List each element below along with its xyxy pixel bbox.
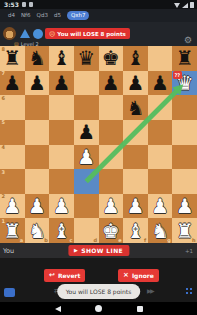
piece-bn: ♞	[123, 95, 148, 120]
square-d6[interactable]	[74, 95, 99, 120]
file-label: c	[69, 238, 72, 243]
square-f3[interactable]	[123, 169, 148, 194]
square-a1[interactable]: 1a♜	[0, 218, 25, 243]
square-e7[interactable]: ♟	[99, 71, 124, 96]
square-e6[interactable]	[99, 95, 124, 120]
square-b8[interactable]: ♞	[25, 46, 50, 71]
square-g3[interactable]	[148, 169, 173, 194]
square-c6[interactable]	[49, 95, 74, 120]
piece-bp: ♟	[25, 71, 50, 96]
square-b1[interactable]: b♞	[25, 218, 50, 243]
square-b5[interactable]	[25, 120, 50, 145]
warning-badge: ☹ You will LOSE 8 points	[45, 28, 130, 39]
chess-board: 8♜♞♝♛♚♝♜7♟♟♟♟♟♟♛6♞5♟4♟32♟♟♟♟♟♟♟1a♜b♞c♝de…	[0, 46, 197, 243]
revert-button[interactable]: ↩ Revert	[44, 269, 85, 282]
square-d4[interactable]: ♟	[74, 145, 99, 170]
sad-face-icon: ☹	[49, 30, 55, 37]
warning-badge-text: You will LOSE 8 points	[57, 31, 126, 37]
signal-icon	[182, 3, 188, 8]
wifi-icon	[174, 3, 180, 8]
dots-icon[interactable]	[185, 287, 194, 296]
square-d3[interactable]	[74, 169, 99, 194]
piece-wp: ♟	[49, 194, 74, 219]
square-e1[interactable]: e♚	[99, 218, 124, 243]
square-d8[interactable]: ♛	[74, 46, 99, 71]
rank-label: 1	[2, 219, 5, 224]
piece-bq: ♛	[74, 46, 99, 71]
piece-wp: ♟	[25, 194, 50, 219]
square-e3[interactable]	[99, 169, 124, 194]
square-d1[interactable]: d	[74, 218, 99, 243]
blunder-annotation: ??	[173, 71, 182, 79]
piece-wp: ♟	[172, 194, 197, 219]
rank-label: 7	[2, 71, 5, 76]
show-line-label: SHOW LINE	[81, 247, 123, 254]
square-h1[interactable]: h♜	[172, 218, 197, 243]
player-name-label: You	[3, 247, 14, 255]
piece-bp: ♟	[123, 71, 148, 96]
rank-label: 6	[2, 96, 5, 101]
square-d7[interactable]	[74, 71, 99, 96]
notification-icon	[22, 2, 26, 7]
play-icon: ▶	[74, 247, 78, 253]
piece-br: ♜	[172, 46, 197, 71]
square-g6[interactable]	[148, 95, 173, 120]
piece-bp: ♟	[148, 71, 173, 96]
show-line-button[interactable]: ▶ SHOW LINE	[68, 245, 129, 256]
piece-bp: ♟	[49, 71, 74, 96]
square-c2[interactable]: ♟	[49, 194, 74, 219]
square-g2[interactable]: ♟	[148, 194, 173, 219]
piece-wp: ♟	[99, 194, 124, 219]
rank-label: 2	[2, 194, 5, 199]
fast-forward-icon[interactable]: ▶▶	[147, 288, 153, 294]
square-c5[interactable]	[49, 120, 74, 145]
square-h8[interactable]: ♜	[172, 46, 197, 71]
material-score: +1	[185, 248, 193, 254]
file-label: f	[144, 238, 146, 243]
rank-label: 3	[2, 170, 5, 175]
undo-icon: ↩	[49, 272, 55, 279]
piece-wp: ♟	[148, 194, 173, 219]
rank-label: 8	[2, 47, 5, 52]
file-label: d	[93, 238, 97, 243]
chess-app-screen: 3:53 d4Nf6Qd3d5Qxh7 ☹ You will LOSE 8 po…	[0, 0, 197, 315]
move-chip[interactable]: d5	[54, 13, 61, 19]
square-f1[interactable]: f♝	[123, 218, 148, 243]
file-label: h	[192, 238, 196, 243]
square-d5[interactable]: ♟	[74, 120, 99, 145]
keyboard-icon[interactable]	[4, 288, 15, 297]
square-h2[interactable]: ♟	[172, 194, 197, 219]
square-f4[interactable]	[123, 145, 148, 170]
square-f5[interactable]	[123, 120, 148, 145]
file-label: g	[167, 238, 171, 243]
square-a6[interactable]: 6	[0, 95, 25, 120]
piece-bn: ♞	[25, 46, 50, 71]
square-b4[interactable]	[25, 145, 50, 170]
file-label: b	[44, 238, 48, 243]
square-a5[interactable]: 5	[0, 120, 25, 145]
square-e2[interactable]: ♟	[99, 194, 124, 219]
toast-text: You will LOSE 8 points	[66, 288, 132, 295]
piece-wp: ♟	[74, 145, 99, 170]
piece-bk: ♚	[99, 46, 124, 71]
square-e4[interactable]	[99, 145, 124, 170]
triangle-icon[interactable]	[20, 29, 30, 38]
opponent-avatar[interactable]	[3, 27, 16, 40]
player-info-bar: ☹ You will LOSE 8 points ▤ Level 2 ⚙	[0, 22, 197, 46]
battery-icon	[190, 2, 194, 8]
square-g5[interactable]	[148, 120, 173, 145]
file-label: a	[20, 238, 23, 243]
square-f7[interactable]: ♟	[123, 71, 148, 96]
square-a2[interactable]: 2♟	[0, 194, 25, 219]
square-h5[interactable]	[172, 120, 197, 145]
file-label: e	[118, 238, 121, 243]
piece-bp: ♟	[74, 120, 99, 145]
gear-icon[interactable]: ⚙	[184, 36, 192, 45]
rank-label: 5	[2, 120, 5, 125]
square-c8[interactable]: ♝	[49, 46, 74, 71]
square-b6[interactable]	[25, 95, 50, 120]
square-a3[interactable]: 3	[0, 169, 25, 194]
home-icon[interactable]	[95, 305, 102, 312]
move-chip[interactable]: Nf6	[21, 13, 31, 19]
square-b2[interactable]: ♟	[25, 194, 50, 219]
rank-label: 4	[2, 145, 5, 150]
square-b7[interactable]: ♟	[25, 71, 50, 96]
square-c3[interactable]	[49, 169, 74, 194]
move-chip[interactable]: Qd3	[37, 13, 48, 19]
square-g7[interactable]: ♟	[148, 71, 173, 96]
square-c4[interactable]	[49, 145, 74, 170]
square-c7[interactable]: ♟	[49, 71, 74, 96]
move-chip[interactable]: Qxh7	[67, 11, 90, 21]
move-chip[interactable]: d4	[8, 13, 15, 19]
piece-bp: ♟	[99, 71, 124, 96]
square-f6[interactable]: ♞	[123, 95, 148, 120]
square-h4[interactable]	[172, 145, 197, 170]
clock-text: 3:53	[4, 1, 19, 8]
square-g1[interactable]: g♞	[148, 218, 173, 243]
square-d2[interactable]	[74, 194, 99, 219]
square-a7[interactable]: 7♟	[0, 71, 25, 96]
square-h3[interactable]	[172, 169, 197, 194]
square-f8[interactable]: ♝	[123, 46, 148, 71]
square-h6[interactable]	[172, 95, 197, 120]
piece-bb: ♝	[123, 46, 148, 71]
revert-label: Revert	[58, 272, 81, 279]
square-a8[interactable]: 8♜	[0, 46, 25, 71]
android-status-bar: 3:53	[0, 0, 197, 9]
recents-icon[interactable]	[137, 306, 143, 312]
square-e8[interactable]: ♚	[99, 46, 124, 71]
close-icon: ×	[123, 272, 129, 279]
android-nav-bar	[0, 302, 197, 315]
ignore-button[interactable]: × Ignore	[118, 269, 159, 282]
square-f2[interactable]: ♟	[123, 194, 148, 219]
square-e5[interactable]	[99, 120, 124, 145]
back-icon[interactable]	[55, 306, 61, 312]
below-board-bar: You ▶ SHOW LINE +1	[0, 243, 197, 258]
piece-bb: ♝	[49, 46, 74, 71]
square-c1[interactable]: c♝	[49, 218, 74, 243]
toast-message: You will LOSE 8 points	[57, 284, 141, 299]
square-g4[interactable]	[148, 145, 173, 170]
notification-icon	[29, 2, 33, 7]
status-icons	[174, 2, 194, 8]
move-list: d4Nf6Qd3d5Qxh7	[0, 9, 197, 22]
ignore-label: Ignore	[132, 272, 154, 279]
square-a4[interactable]: 4	[0, 145, 25, 170]
square-b3[interactable]	[25, 169, 50, 194]
square-g8[interactable]	[148, 46, 173, 71]
piece-wp: ♟	[123, 194, 148, 219]
circle-icon[interactable]	[33, 29, 43, 39]
